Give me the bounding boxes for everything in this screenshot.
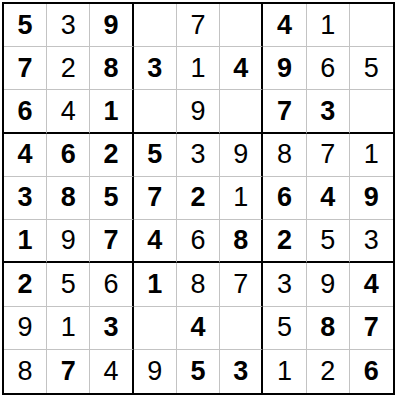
- cell-r1c8[interactable]: 1: [307, 4, 350, 47]
- cell-r3c1[interactable]: 6: [4, 90, 47, 133]
- cell-r1c5[interactable]: 7: [177, 4, 220, 47]
- cell-r4c1[interactable]: 4: [4, 134, 47, 177]
- cell-r4c2[interactable]: 6: [47, 134, 90, 177]
- cell-r8c6[interactable]: [220, 307, 263, 350]
- cell-r8c5[interactable]: 4: [177, 307, 220, 350]
- cell-r3c2[interactable]: 4: [47, 90, 90, 133]
- cell-r4c8[interactable]: 7: [307, 134, 350, 177]
- cell-r7c3[interactable]: 6: [90, 263, 133, 306]
- cell-r5c7[interactable]: 6: [263, 177, 306, 220]
- cell-r9c3[interactable]: 4: [90, 350, 133, 393]
- cell-r2c5[interactable]: 1: [177, 47, 220, 90]
- cell-r7c4[interactable]: 1: [134, 263, 177, 306]
- cell-r2c7[interactable]: 9: [263, 47, 306, 90]
- cell-r5c1[interactable]: 3: [4, 177, 47, 220]
- cell-r1c7[interactable]: 4: [263, 4, 306, 47]
- cell-r6c5[interactable]: 6: [177, 220, 220, 263]
- sudoku-puzzle: 5397417283149656419734625398713857216491…: [0, 0, 400, 400]
- cell-r7c6[interactable]: 7: [220, 263, 263, 306]
- cell-r1c6[interactable]: [220, 4, 263, 47]
- cell-r1c4[interactable]: [134, 4, 177, 47]
- cell-r8c9[interactable]: 7: [350, 307, 393, 350]
- cell-r2c2[interactable]: 2: [47, 47, 90, 90]
- cell-r8c8[interactable]: 8: [307, 307, 350, 350]
- cell-r5c4[interactable]: 7: [134, 177, 177, 220]
- cell-r2c8[interactable]: 6: [307, 47, 350, 90]
- cell-r5c9[interactable]: 9: [350, 177, 393, 220]
- cell-r9c1[interactable]: 8: [4, 350, 47, 393]
- cell-r9c8[interactable]: 2: [307, 350, 350, 393]
- cell-r9c2[interactable]: 7: [47, 350, 90, 393]
- cell-r1c3[interactable]: 9: [90, 4, 133, 47]
- cell-r2c9[interactable]: 5: [350, 47, 393, 90]
- cell-r3c9[interactable]: [350, 90, 393, 133]
- cell-r4c7[interactable]: 8: [263, 134, 306, 177]
- cell-r7c1[interactable]: 2: [4, 263, 47, 306]
- cell-r3c5[interactable]: 9: [177, 90, 220, 133]
- cell-r9c5[interactable]: 5: [177, 350, 220, 393]
- cell-r6c4[interactable]: 4: [134, 220, 177, 263]
- cell-r2c3[interactable]: 8: [90, 47, 133, 90]
- cell-r6c3[interactable]: 7: [90, 220, 133, 263]
- cell-r7c5[interactable]: 8: [177, 263, 220, 306]
- cell-r9c7[interactable]: 1: [263, 350, 306, 393]
- cell-r6c8[interactable]: 5: [307, 220, 350, 263]
- cell-r8c4[interactable]: [134, 307, 177, 350]
- cell-r3c6[interactable]: [220, 90, 263, 133]
- cell-r1c9[interactable]: [350, 4, 393, 47]
- cell-r8c3[interactable]: 3: [90, 307, 133, 350]
- cell-r7c8[interactable]: 9: [307, 263, 350, 306]
- cell-r5c2[interactable]: 8: [47, 177, 90, 220]
- cell-r2c4[interactable]: 3: [134, 47, 177, 90]
- cell-r1c1[interactable]: 5: [4, 4, 47, 47]
- cell-r6c7[interactable]: 2: [263, 220, 306, 263]
- cell-r5c6[interactable]: 1: [220, 177, 263, 220]
- cell-r4c5[interactable]: 3: [177, 134, 220, 177]
- sudoku-board: 5397417283149656419734625398713857216491…: [2, 2, 395, 395]
- cell-r1c2[interactable]: 3: [47, 4, 90, 47]
- cell-r3c4[interactable]: [134, 90, 177, 133]
- cell-r5c5[interactable]: 2: [177, 177, 220, 220]
- cell-r2c1[interactable]: 7: [4, 47, 47, 90]
- cell-r4c6[interactable]: 9: [220, 134, 263, 177]
- cell-r7c2[interactable]: 5: [47, 263, 90, 306]
- cell-r6c1[interactable]: 1: [4, 220, 47, 263]
- cell-r6c6[interactable]: 8: [220, 220, 263, 263]
- cell-r6c2[interactable]: 9: [47, 220, 90, 263]
- cell-r8c2[interactable]: 1: [47, 307, 90, 350]
- cell-r6c9[interactable]: 3: [350, 220, 393, 263]
- cell-r7c9[interactable]: 4: [350, 263, 393, 306]
- cell-r3c7[interactable]: 7: [263, 90, 306, 133]
- cell-r5c3[interactable]: 5: [90, 177, 133, 220]
- cell-r8c1[interactable]: 9: [4, 307, 47, 350]
- cell-r4c9[interactable]: 1: [350, 134, 393, 177]
- cell-r9c4[interactable]: 9: [134, 350, 177, 393]
- cell-r7c7[interactable]: 3: [263, 263, 306, 306]
- cell-r3c3[interactable]: 1: [90, 90, 133, 133]
- cell-r5c8[interactable]: 4: [307, 177, 350, 220]
- cell-r4c3[interactable]: 2: [90, 134, 133, 177]
- cell-r9c9[interactable]: 6: [350, 350, 393, 393]
- cell-r2c6[interactable]: 4: [220, 47, 263, 90]
- cell-r8c7[interactable]: 5: [263, 307, 306, 350]
- cell-r4c4[interactable]: 5: [134, 134, 177, 177]
- cell-r9c6[interactable]: 3: [220, 350, 263, 393]
- cell-r3c8[interactable]: 3: [307, 90, 350, 133]
